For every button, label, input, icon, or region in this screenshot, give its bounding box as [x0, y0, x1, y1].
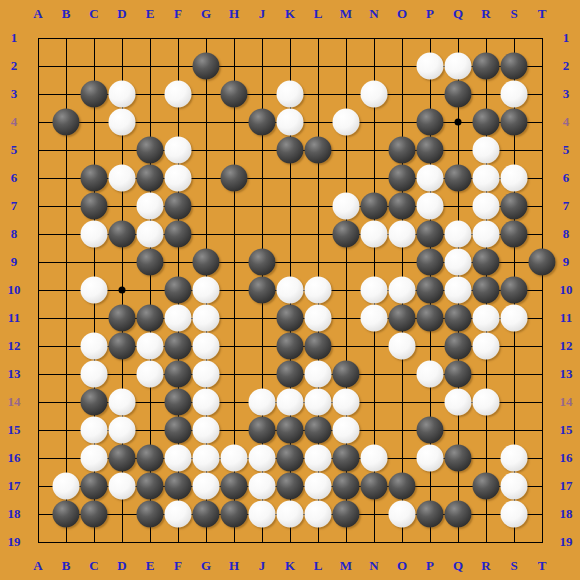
- white-stone: [277, 501, 304, 528]
- coordinate-label: H: [220, 555, 248, 577]
- black-stone: [417, 501, 444, 528]
- black-stone: [417, 305, 444, 332]
- black-stone: [389, 473, 416, 500]
- white-stone: [305, 389, 332, 416]
- black-stone: [277, 417, 304, 444]
- white-stone: [305, 305, 332, 332]
- coordinate-label: D: [108, 3, 136, 25]
- white-stone: [445, 221, 472, 248]
- coordinate-label: J: [248, 3, 276, 25]
- black-stone: [305, 417, 332, 444]
- white-stone: [417, 53, 444, 80]
- coordinate-label: 19: [552, 531, 580, 553]
- coordinate-label: 14: [552, 391, 580, 413]
- black-stone: [501, 53, 528, 80]
- black-stone: [249, 249, 276, 276]
- white-stone: [473, 333, 500, 360]
- black-stone: [473, 473, 500, 500]
- coordinate-label: 8: [552, 223, 580, 245]
- white-stone: [221, 445, 248, 472]
- black-stone: [137, 137, 164, 164]
- black-stone: [445, 501, 472, 528]
- coordinate-label: 4: [552, 111, 580, 133]
- white-stone: [417, 361, 444, 388]
- black-stone: [501, 193, 528, 220]
- white-stone: [361, 81, 388, 108]
- black-stone: [165, 417, 192, 444]
- black-stone: [501, 277, 528, 304]
- coordinate-label: Q: [444, 3, 472, 25]
- white-stone: [165, 165, 192, 192]
- white-stone: [361, 221, 388, 248]
- white-stone: [109, 109, 136, 136]
- coordinate-label: A: [24, 3, 52, 25]
- black-stone: [81, 165, 108, 192]
- black-stone: [81, 81, 108, 108]
- coordinate-label: B: [52, 555, 80, 577]
- coordinate-label: 13: [0, 363, 28, 385]
- white-stone: [193, 333, 220, 360]
- coordinate-label: O: [388, 555, 416, 577]
- black-stone: [333, 445, 360, 472]
- coordinate-label: O: [388, 3, 416, 25]
- white-stone: [137, 361, 164, 388]
- black-stone: [277, 361, 304, 388]
- black-stone: [389, 137, 416, 164]
- coordinate-label: C: [80, 555, 108, 577]
- black-stone: [165, 193, 192, 220]
- coordinate-label: 13: [552, 363, 580, 385]
- black-stone: [417, 109, 444, 136]
- white-stone: [137, 333, 164, 360]
- coordinate-label: 1: [0, 27, 28, 49]
- coordinate-label: 10: [552, 279, 580, 301]
- black-stone: [333, 473, 360, 500]
- coordinate-label: Q: [444, 555, 472, 577]
- white-stone: [277, 81, 304, 108]
- coordinate-label: 18: [0, 503, 28, 525]
- black-stone: [109, 221, 136, 248]
- white-stone: [417, 165, 444, 192]
- white-stone: [389, 277, 416, 304]
- coordinate-label: B: [52, 3, 80, 25]
- white-stone: [165, 137, 192, 164]
- black-stone: [137, 445, 164, 472]
- black-stone: [193, 53, 220, 80]
- black-stone: [277, 445, 304, 472]
- black-stone: [333, 501, 360, 528]
- coordinate-label: 5: [0, 139, 28, 161]
- black-stone: [109, 445, 136, 472]
- coordinate-label: T: [528, 555, 556, 577]
- coordinate-label: 9: [0, 251, 28, 273]
- coordinate-label: 6: [552, 167, 580, 189]
- black-stone: [277, 333, 304, 360]
- black-stone: [445, 333, 472, 360]
- coordinate-label: K: [276, 3, 304, 25]
- coordinate-label: L: [304, 555, 332, 577]
- coordinate-label: 15: [0, 419, 28, 441]
- coordinate-label: 14: [0, 391, 28, 413]
- white-stone: [305, 501, 332, 528]
- coordinate-label: F: [164, 555, 192, 577]
- black-stone: [473, 53, 500, 80]
- black-stone: [221, 473, 248, 500]
- coordinate-label: A: [24, 555, 52, 577]
- black-stone: [305, 333, 332, 360]
- coordinate-label: 4: [0, 111, 28, 133]
- white-stone: [249, 501, 276, 528]
- coordinate-label: 17: [0, 475, 28, 497]
- black-stone: [473, 249, 500, 276]
- black-stone: [445, 165, 472, 192]
- white-stone: [389, 501, 416, 528]
- black-stone: [53, 501, 80, 528]
- coordinate-label: 7: [552, 195, 580, 217]
- white-stone: [501, 81, 528, 108]
- star-point: [455, 119, 462, 126]
- black-stone: [417, 277, 444, 304]
- white-stone: [137, 193, 164, 220]
- black-stone: [249, 109, 276, 136]
- white-stone: [473, 305, 500, 332]
- black-stone: [277, 473, 304, 500]
- white-stone: [193, 277, 220, 304]
- white-stone: [193, 361, 220, 388]
- black-stone: [221, 501, 248, 528]
- black-stone: [305, 137, 332, 164]
- black-stone: [501, 221, 528, 248]
- black-stone: [445, 361, 472, 388]
- black-stone: [389, 193, 416, 220]
- coordinate-label: 6: [0, 167, 28, 189]
- black-stone: [81, 193, 108, 220]
- black-stone: [389, 305, 416, 332]
- white-stone: [501, 165, 528, 192]
- coordinate-label: 10: [0, 279, 28, 301]
- black-stone: [137, 249, 164, 276]
- black-stone: [165, 333, 192, 360]
- coordinate-label: 5: [552, 139, 580, 161]
- white-stone: [81, 417, 108, 444]
- white-stone: [81, 333, 108, 360]
- white-stone: [165, 445, 192, 472]
- black-stone: [81, 389, 108, 416]
- coordinate-label: 2: [552, 55, 580, 77]
- black-stone: [53, 109, 80, 136]
- white-stone: [81, 445, 108, 472]
- white-stone: [277, 277, 304, 304]
- black-stone: [361, 473, 388, 500]
- coordinate-label: T: [528, 3, 556, 25]
- black-stone: [277, 137, 304, 164]
- white-stone: [305, 361, 332, 388]
- coordinate-label: 8: [0, 223, 28, 245]
- coordinate-label: D: [108, 555, 136, 577]
- coordinate-label: R: [472, 555, 500, 577]
- coordinate-label: K: [276, 555, 304, 577]
- black-stone: [109, 305, 136, 332]
- black-stone: [165, 473, 192, 500]
- white-stone: [501, 501, 528, 528]
- white-stone: [333, 109, 360, 136]
- black-stone: [333, 221, 360, 248]
- white-stone: [109, 165, 136, 192]
- white-stone: [277, 389, 304, 416]
- white-stone: [193, 473, 220, 500]
- white-stone: [501, 473, 528, 500]
- white-stone: [305, 473, 332, 500]
- white-stone: [305, 277, 332, 304]
- black-stone: [137, 501, 164, 528]
- white-stone: [473, 389, 500, 416]
- coordinate-label: F: [164, 3, 192, 25]
- coordinate-label: 11: [552, 307, 580, 329]
- white-stone: [333, 193, 360, 220]
- black-stone: [165, 361, 192, 388]
- black-stone: [221, 81, 248, 108]
- white-stone: [389, 221, 416, 248]
- white-stone: [333, 417, 360, 444]
- black-stone: [417, 137, 444, 164]
- coordinate-label: P: [416, 3, 444, 25]
- coordinate-label: 9: [552, 251, 580, 273]
- white-stone: [81, 277, 108, 304]
- white-stone: [165, 305, 192, 332]
- white-stone: [109, 389, 136, 416]
- coordinate-label: 2: [0, 55, 28, 77]
- black-stone: [137, 305, 164, 332]
- coordinate-label: M: [332, 555, 360, 577]
- white-stone: [193, 417, 220, 444]
- white-stone: [81, 221, 108, 248]
- white-stone: [361, 445, 388, 472]
- coordinate-label: 3: [0, 83, 28, 105]
- black-stone: [249, 417, 276, 444]
- coordinate-label: 12: [0, 335, 28, 357]
- coordinate-label: 16: [552, 447, 580, 469]
- black-stone: [277, 305, 304, 332]
- white-stone: [501, 305, 528, 332]
- coordinate-label: 18: [552, 503, 580, 525]
- coordinate-label: C: [80, 3, 108, 25]
- go-board: ABCDEFGHJKLMNOPQRST ABCDEFGHJKLMNOPQRST …: [0, 0, 580, 580]
- star-point: [119, 287, 126, 294]
- black-stone: [221, 165, 248, 192]
- coordinate-label: J: [248, 555, 276, 577]
- black-stone: [473, 277, 500, 304]
- white-stone: [165, 81, 192, 108]
- black-stone: [81, 473, 108, 500]
- white-stone: [501, 445, 528, 472]
- coordinate-label: E: [136, 3, 164, 25]
- coordinate-label: 1: [552, 27, 580, 49]
- white-stone: [109, 473, 136, 500]
- white-stone: [445, 249, 472, 276]
- white-stone: [249, 445, 276, 472]
- coordinate-label: 17: [552, 475, 580, 497]
- black-stone: [417, 417, 444, 444]
- coordinate-label: 7: [0, 195, 28, 217]
- black-stone: [165, 221, 192, 248]
- coordinate-label: S: [500, 3, 528, 25]
- black-stone: [193, 249, 220, 276]
- white-stone: [193, 305, 220, 332]
- black-stone: [501, 109, 528, 136]
- white-stone: [417, 193, 444, 220]
- white-stone: [109, 81, 136, 108]
- white-stone: [193, 389, 220, 416]
- white-stone: [361, 305, 388, 332]
- black-stone: [445, 305, 472, 332]
- coordinate-label: 15: [552, 419, 580, 441]
- white-stone: [193, 445, 220, 472]
- black-stone: [361, 193, 388, 220]
- coordinate-label: N: [360, 555, 388, 577]
- coordinate-label: G: [192, 3, 220, 25]
- white-stone: [445, 277, 472, 304]
- white-stone: [473, 221, 500, 248]
- coordinate-label: H: [220, 3, 248, 25]
- white-stone: [249, 473, 276, 500]
- coordinate-label: R: [472, 3, 500, 25]
- white-stone: [109, 417, 136, 444]
- white-stone: [473, 165, 500, 192]
- white-stone: [473, 137, 500, 164]
- black-stone: [193, 501, 220, 528]
- coordinate-label: 12: [552, 335, 580, 357]
- black-stone: [249, 277, 276, 304]
- coordinate-label: 19: [0, 531, 28, 553]
- coordinate-label: 16: [0, 447, 28, 469]
- black-stone: [137, 473, 164, 500]
- black-stone: [81, 501, 108, 528]
- white-stone: [137, 221, 164, 248]
- white-stone: [445, 53, 472, 80]
- white-stone: [445, 389, 472, 416]
- coordinate-label: P: [416, 555, 444, 577]
- black-stone: [137, 165, 164, 192]
- coordinate-label: L: [304, 3, 332, 25]
- white-stone: [165, 501, 192, 528]
- white-stone: [249, 389, 276, 416]
- black-stone: [445, 445, 472, 472]
- black-stone: [165, 389, 192, 416]
- white-stone: [277, 109, 304, 136]
- coordinate-label: G: [192, 555, 220, 577]
- coordinate-label: S: [500, 555, 528, 577]
- black-stone: [333, 361, 360, 388]
- white-stone: [473, 193, 500, 220]
- black-stone: [417, 221, 444, 248]
- white-stone: [53, 473, 80, 500]
- coordinate-label: E: [136, 555, 164, 577]
- coordinate-label: 11: [0, 307, 28, 329]
- white-stone: [361, 277, 388, 304]
- white-stone: [389, 333, 416, 360]
- white-stone: [417, 445, 444, 472]
- black-stone: [165, 277, 192, 304]
- coordinate-label: N: [360, 3, 388, 25]
- black-stone: [529, 249, 556, 276]
- white-stone: [305, 445, 332, 472]
- coordinate-label: 3: [552, 83, 580, 105]
- black-stone: [389, 165, 416, 192]
- black-stone: [445, 81, 472, 108]
- white-stone: [333, 389, 360, 416]
- black-stone: [109, 333, 136, 360]
- black-stone: [473, 109, 500, 136]
- black-stone: [417, 249, 444, 276]
- coordinate-label: M: [332, 3, 360, 25]
- white-stone: [81, 361, 108, 388]
